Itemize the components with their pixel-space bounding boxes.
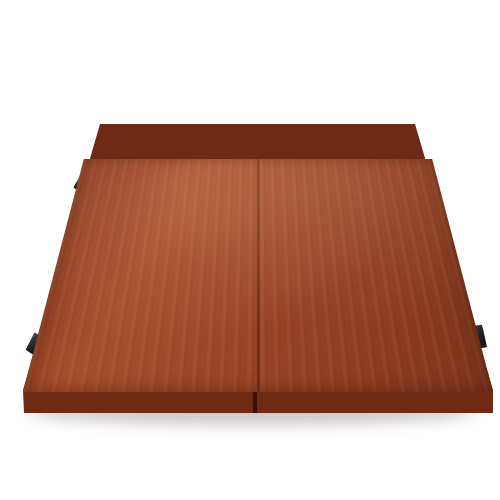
product-photo-scene (0, 0, 500, 500)
xiangqi-board (23, 159, 493, 392)
piece-layer (23, 159, 493, 392)
board-fold-seam-front (253, 389, 257, 413)
